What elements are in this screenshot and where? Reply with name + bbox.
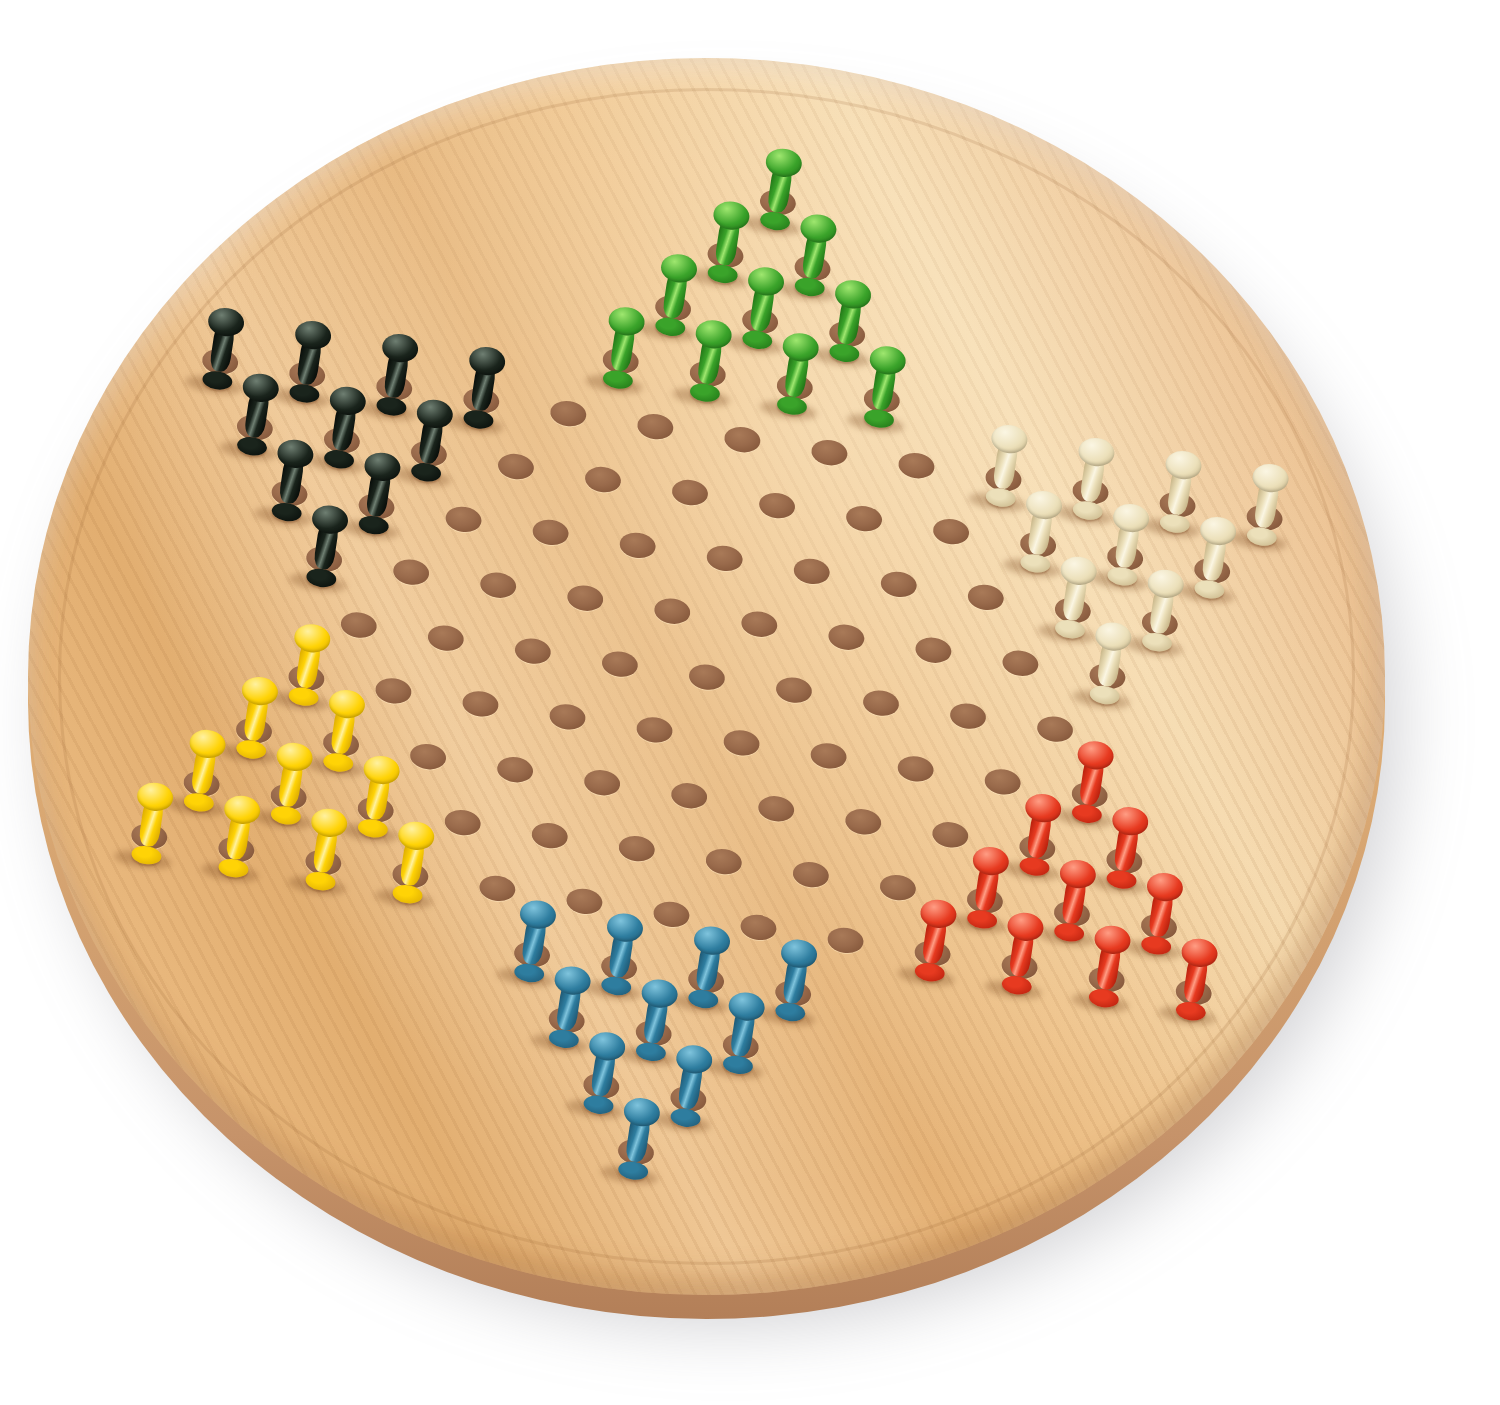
peg-head	[798, 212, 838, 245]
peg-head	[380, 331, 420, 364]
peg-head	[1250, 461, 1290, 494]
hole[interactable]	[426, 622, 465, 652]
hole[interactable]	[792, 556, 831, 586]
hole[interactable]	[983, 766, 1022, 796]
hole[interactable]	[339, 609, 378, 639]
peg-natural[interactable]	[1153, 448, 1205, 535]
peg-head	[587, 1029, 627, 1062]
hole[interactable]	[756, 793, 795, 823]
hole[interactable]	[722, 424, 761, 454]
peg-head	[1005, 910, 1045, 943]
hole[interactable]	[373, 675, 412, 705]
board-cell	[1145, 956, 1241, 1028]
peg-black[interactable]	[370, 331, 422, 418]
peg-head	[674, 1042, 714, 1075]
board-cell	[362, 839, 458, 911]
peg-head	[327, 687, 367, 720]
hole[interactable]	[930, 819, 969, 849]
peg-head	[135, 780, 175, 813]
hole[interactable]	[738, 912, 777, 942]
peg-head	[206, 305, 246, 338]
hole[interactable]	[496, 451, 535, 481]
hole[interactable]	[495, 754, 534, 784]
peg-head	[639, 976, 679, 1009]
peg-green[interactable]	[754, 145, 806, 232]
hole[interactable]	[844, 503, 883, 533]
hole[interactable]	[826, 622, 865, 652]
peg-head	[1024, 488, 1064, 521]
hole[interactable]	[478, 570, 517, 600]
hole[interactable]	[1035, 714, 1074, 744]
peg-yellow[interactable]	[177, 727, 229, 814]
peg-head	[711, 199, 751, 232]
peg-head	[1163, 448, 1203, 481]
hole[interactable]	[809, 437, 848, 467]
peg-head	[327, 384, 367, 417]
hole[interactable]	[809, 740, 848, 770]
peg-head	[659, 251, 699, 284]
peg-yellow[interactable]	[282, 621, 334, 708]
peg-green[interactable]	[596, 304, 648, 391]
hole[interactable]	[565, 583, 604, 613]
peg-head	[1076, 435, 1116, 468]
hole[interactable]	[966, 582, 1005, 612]
peg-head	[989, 422, 1029, 455]
hole[interactable]	[913, 635, 952, 665]
hole[interactable]	[1000, 648, 1039, 678]
peg-head	[1179, 936, 1219, 969]
hole[interactable]	[879, 569, 918, 599]
peg-black[interactable]	[196, 305, 248, 392]
peg-head	[692, 924, 732, 957]
hole[interactable]	[705, 543, 744, 573]
peg-head	[605, 911, 645, 944]
hole[interactable]	[583, 464, 622, 494]
peg-head	[187, 727, 227, 760]
peg-head	[467, 344, 507, 377]
peg-head	[971, 844, 1011, 877]
hole[interactable]	[652, 596, 691, 626]
hole[interactable]	[687, 661, 726, 691]
peg-head	[552, 963, 592, 996]
scene	[0, 0, 1500, 1405]
hole[interactable]	[757, 490, 796, 520]
peg-green[interactable]	[649, 251, 701, 338]
peg-head	[310, 503, 350, 536]
hole[interactable]	[843, 806, 882, 836]
peg-head	[222, 793, 262, 826]
peg-head	[606, 304, 646, 337]
peg-head	[1198, 514, 1238, 547]
peg-head	[1058, 857, 1098, 890]
peg-natural[interactable]	[1066, 435, 1118, 522]
peg-natural[interactable]	[979, 422, 1031, 509]
peg-head	[763, 146, 803, 179]
hole[interactable]	[825, 925, 864, 955]
peg-head	[1145, 567, 1185, 600]
hole[interactable]	[739, 609, 778, 639]
hole[interactable]	[600, 648, 639, 678]
peg-head	[518, 898, 558, 931]
peg-head	[780, 330, 820, 363]
hole[interactable]	[774, 674, 813, 704]
peg-head	[1092, 923, 1132, 956]
hole[interactable]	[391, 557, 430, 587]
star-grid	[65, 88, 1347, 1266]
hole[interactable]	[443, 504, 482, 534]
hole[interactable]	[721, 727, 760, 757]
peg-head	[833, 277, 873, 310]
peg-head	[274, 740, 314, 773]
hole[interactable]	[582, 767, 621, 797]
hole[interactable]	[931, 516, 970, 546]
star-layer	[0, 0, 1469, 1388]
peg-head	[396, 819, 436, 852]
peg-black[interactable]	[283, 318, 335, 405]
peg-head	[779, 937, 819, 970]
peg-head	[1110, 804, 1150, 837]
peg-head	[309, 806, 349, 839]
hole[interactable]	[878, 872, 917, 902]
hole[interactable]	[618, 530, 657, 560]
peg-head	[1075, 738, 1115, 771]
peg-head	[361, 753, 401, 786]
hole[interactable]	[861, 687, 900, 717]
hole[interactable]	[948, 700, 987, 730]
hole[interactable]	[531, 517, 570, 547]
hole[interactable]	[460, 688, 499, 718]
peg-green[interactable]	[701, 198, 753, 285]
peg-head	[292, 621, 332, 654]
hole[interactable]	[896, 753, 935, 783]
peg-yellow[interactable]	[230, 674, 282, 761]
peg-head	[1145, 870, 1185, 903]
peg-head	[622, 1095, 662, 1128]
peg-head	[275, 437, 315, 470]
peg-black[interactable]	[457, 344, 509, 431]
peg-natural[interactable]	[1240, 461, 1292, 548]
peg-head	[726, 989, 766, 1022]
hole[interactable]	[408, 741, 447, 771]
peg-head	[362, 450, 402, 483]
hole[interactable]	[634, 714, 673, 744]
peg-head	[693, 317, 733, 350]
peg-yellow[interactable]	[125, 779, 177, 866]
hole[interactable]	[670, 477, 709, 507]
peg-head	[293, 318, 333, 351]
hole[interactable]	[896, 450, 935, 480]
hole[interactable]	[564, 886, 603, 916]
peg-head	[1058, 554, 1098, 587]
hole[interactable]	[617, 833, 656, 863]
hole[interactable]	[513, 635, 552, 665]
hole[interactable]	[477, 873, 516, 903]
hole[interactable]	[547, 701, 586, 731]
peg-head	[918, 897, 958, 930]
peg-head	[415, 397, 455, 430]
peg-head	[746, 264, 786, 297]
peg-head	[1111, 501, 1151, 534]
hole[interactable]	[530, 820, 569, 850]
peg-head	[1023, 791, 1063, 824]
hole[interactable]	[791, 859, 830, 889]
peg-head	[240, 674, 280, 707]
peg-head	[867, 343, 907, 376]
peg-head	[1093, 620, 1133, 653]
hole[interactable]	[704, 846, 743, 876]
hole[interactable]	[669, 780, 708, 810]
hole[interactable]	[635, 411, 674, 441]
hole[interactable]	[548, 398, 587, 428]
hole[interactable]	[651, 899, 690, 929]
hole[interactable]	[443, 807, 482, 837]
peg-head	[240, 371, 280, 404]
